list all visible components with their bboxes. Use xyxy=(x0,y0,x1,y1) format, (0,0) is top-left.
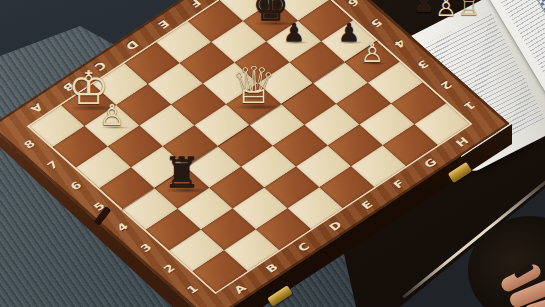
file-label-far-b: B xyxy=(60,80,77,94)
rank-label-right-4: 4 xyxy=(391,37,408,50)
rank-label-right-6: 6 xyxy=(345,0,362,9)
file-label-e: E xyxy=(359,198,376,211)
rank-label-6: 6 xyxy=(68,179,85,192)
file-label-far-a: A xyxy=(28,101,46,115)
file-label-d: D xyxy=(326,219,344,233)
file-label-h: H xyxy=(453,135,471,149)
file-label-far-e: E xyxy=(155,18,172,31)
file-label-g: G xyxy=(421,156,439,170)
rank-label-4: 4 xyxy=(114,221,131,234)
file-label-f: F xyxy=(391,177,408,190)
rank-label-right-1: 1 xyxy=(461,99,478,112)
file-label-far-f: F xyxy=(187,0,204,10)
file-label-c: C xyxy=(295,240,312,253)
rank-label-right-5: 5 xyxy=(368,16,385,29)
file-label-far-d: D xyxy=(123,38,141,52)
scene: ♛♞♖♗♟♙♖ AABBCCDDEEFFGGHH1122334455667788… xyxy=(0,0,545,307)
rank-label-8: 8 xyxy=(21,138,38,151)
file-label-b: B xyxy=(263,261,280,275)
rank-label-7: 7 xyxy=(44,158,61,171)
rank-label-2: 2 xyxy=(161,262,178,275)
rank-label-1: 1 xyxy=(184,283,201,296)
rank-label-3: 3 xyxy=(138,241,155,254)
file-label-far-c: C xyxy=(92,59,109,72)
file-label-a: A xyxy=(231,282,249,296)
rank-label-right-2: 2 xyxy=(438,79,455,92)
rank-label-right-3: 3 xyxy=(415,58,432,71)
